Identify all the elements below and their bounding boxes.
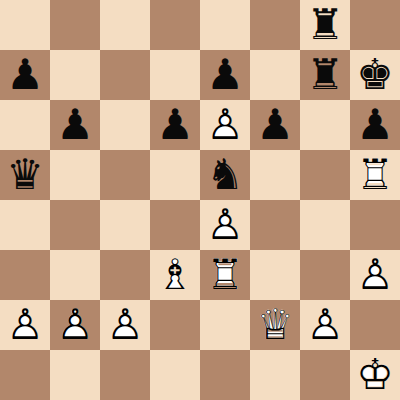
- square-f6[interactable]: ♟: [250, 100, 300, 150]
- square-b7[interactable]: [50, 50, 100, 100]
- piece-white-pawn[interactable]: ♟♙: [350, 250, 400, 300]
- piece-white-queen[interactable]: ♛♕: [250, 300, 300, 350]
- square-a6[interactable]: [0, 100, 50, 150]
- piece-black-pawn[interactable]: ♟: [200, 50, 250, 100]
- square-g6[interactable]: [300, 100, 350, 150]
- piece-white-pawn[interactable]: ♟♙: [100, 300, 150, 350]
- black-pawn-glyph: ♟: [200, 50, 250, 100]
- piece-white-rook[interactable]: ♜♖: [350, 150, 400, 200]
- square-h2[interactable]: [350, 300, 400, 350]
- piece-black-pawn[interactable]: ♟: [250, 100, 300, 150]
- piece-white-rook[interactable]: ♜♖: [200, 250, 250, 300]
- square-f7[interactable]: [250, 50, 300, 100]
- square-b8[interactable]: [50, 0, 100, 50]
- black-pawn-glyph: ♟: [50, 100, 100, 150]
- black-pawn-glyph: ♟: [150, 100, 200, 150]
- white-pawn-outline: ♙: [50, 300, 100, 350]
- white-pawn-outline: ♙: [200, 200, 250, 250]
- piece-black-rook[interactable]: ♜: [300, 0, 350, 50]
- square-h7[interactable]: ♚: [350, 50, 400, 100]
- square-b2[interactable]: ♟♙: [50, 300, 100, 350]
- square-d2[interactable]: [150, 300, 200, 350]
- square-d7[interactable]: [150, 50, 200, 100]
- square-f5[interactable]: [250, 150, 300, 200]
- square-g4[interactable]: [300, 200, 350, 250]
- black-knight-glyph: ♞: [200, 150, 250, 200]
- piece-white-bishop[interactable]: ♝♗: [150, 250, 200, 300]
- square-g8[interactable]: ♜: [300, 0, 350, 50]
- square-a4[interactable]: [0, 200, 50, 250]
- piece-black-king[interactable]: ♚: [350, 50, 400, 100]
- piece-black-queen[interactable]: ♛: [0, 150, 50, 200]
- square-h6[interactable]: ♟: [350, 100, 400, 150]
- square-d1[interactable]: [150, 350, 200, 400]
- chessboard: ♜♟♟♜♚♟♟♟♙♟♟♛♞♜♖♟♙♝♗♜♖♟♙♟♙♟♙♟♙♛♕♟♙♚♔: [0, 0, 400, 400]
- square-b6[interactable]: ♟: [50, 100, 100, 150]
- square-h4[interactable]: [350, 200, 400, 250]
- square-e3[interactable]: ♜♖: [200, 250, 250, 300]
- square-b4[interactable]: [50, 200, 100, 250]
- white-bishop-outline: ♗: [150, 250, 200, 300]
- black-king-glyph: ♚: [350, 50, 400, 100]
- black-queen-glyph: ♛: [0, 150, 50, 200]
- white-pawn-outline: ♙: [200, 100, 250, 150]
- square-g3[interactable]: [300, 250, 350, 300]
- square-c5[interactable]: [100, 150, 150, 200]
- square-a3[interactable]: [0, 250, 50, 300]
- white-rook-outline: ♖: [200, 250, 250, 300]
- piece-white-pawn[interactable]: ♟♙: [300, 300, 350, 350]
- square-e7[interactable]: ♟: [200, 50, 250, 100]
- piece-white-pawn[interactable]: ♟♙: [200, 200, 250, 250]
- square-d3[interactable]: ♝♗: [150, 250, 200, 300]
- square-b5[interactable]: [50, 150, 100, 200]
- square-e6[interactable]: ♟♙: [200, 100, 250, 150]
- piece-black-rook[interactable]: ♜: [300, 50, 350, 100]
- piece-black-pawn[interactable]: ♟: [50, 100, 100, 150]
- square-c3[interactable]: [100, 250, 150, 300]
- square-a7[interactable]: ♟: [0, 50, 50, 100]
- square-c7[interactable]: [100, 50, 150, 100]
- piece-black-pawn[interactable]: ♟: [150, 100, 200, 150]
- square-b1[interactable]: [50, 350, 100, 400]
- square-e2[interactable]: [200, 300, 250, 350]
- square-f3[interactable]: [250, 250, 300, 300]
- square-c1[interactable]: [100, 350, 150, 400]
- white-pawn-outline: ♙: [350, 250, 400, 300]
- white-pawn-outline: ♙: [300, 300, 350, 350]
- square-d5[interactable]: [150, 150, 200, 200]
- square-a2[interactable]: ♟♙: [0, 300, 50, 350]
- piece-black-knight[interactable]: ♞: [200, 150, 250, 200]
- white-pawn-outline: ♙: [100, 300, 150, 350]
- black-pawn-glyph: ♟: [250, 100, 300, 150]
- square-c4[interactable]: [100, 200, 150, 250]
- square-d8[interactable]: [150, 0, 200, 50]
- square-h1[interactable]: ♚♔: [350, 350, 400, 400]
- black-rook-glyph: ♜: [300, 50, 350, 100]
- white-king-outline: ♔: [350, 350, 400, 400]
- piece-white-pawn[interactable]: ♟♙: [200, 100, 250, 150]
- square-d6[interactable]: ♟: [150, 100, 200, 150]
- square-f2[interactable]: ♛♕: [250, 300, 300, 350]
- black-pawn-glyph: ♟: [350, 100, 400, 150]
- piece-black-pawn[interactable]: ♟: [350, 100, 400, 150]
- square-g1[interactable]: [300, 350, 350, 400]
- square-g2[interactable]: ♟♙: [300, 300, 350, 350]
- square-f8[interactable]: [250, 0, 300, 50]
- square-f4[interactable]: [250, 200, 300, 250]
- square-a5[interactable]: ♛: [0, 150, 50, 200]
- white-queen-outline: ♕: [250, 300, 300, 350]
- square-c8[interactable]: [100, 0, 150, 50]
- square-a8[interactable]: [0, 0, 50, 50]
- square-e8[interactable]: [200, 0, 250, 50]
- square-f1[interactable]: [250, 350, 300, 400]
- black-rook-glyph: ♜: [300, 0, 350, 50]
- white-rook-outline: ♖: [350, 150, 400, 200]
- piece-black-pawn[interactable]: ♟: [0, 50, 50, 100]
- square-c2[interactable]: ♟♙: [100, 300, 150, 350]
- piece-white-pawn[interactable]: ♟♙: [0, 300, 50, 350]
- square-g5[interactable]: [300, 150, 350, 200]
- square-e4[interactable]: ♟♙: [200, 200, 250, 250]
- square-g7[interactable]: ♜: [300, 50, 350, 100]
- square-h8[interactable]: [350, 0, 400, 50]
- white-pawn-outline: ♙: [0, 300, 50, 350]
- square-b3[interactable]: [50, 250, 100, 300]
- square-e5[interactable]: ♞: [200, 150, 250, 200]
- square-h3[interactable]: ♟♙: [350, 250, 400, 300]
- square-d4[interactable]: [150, 200, 200, 250]
- square-h5[interactable]: ♜♖: [350, 150, 400, 200]
- square-a1[interactable]: [0, 350, 50, 400]
- piece-white-pawn[interactable]: ♟♙: [50, 300, 100, 350]
- square-c6[interactable]: [100, 100, 150, 150]
- black-pawn-glyph: ♟: [0, 50, 50, 100]
- piece-white-king[interactable]: ♚♔: [350, 350, 400, 400]
- square-e1[interactable]: [200, 350, 250, 400]
